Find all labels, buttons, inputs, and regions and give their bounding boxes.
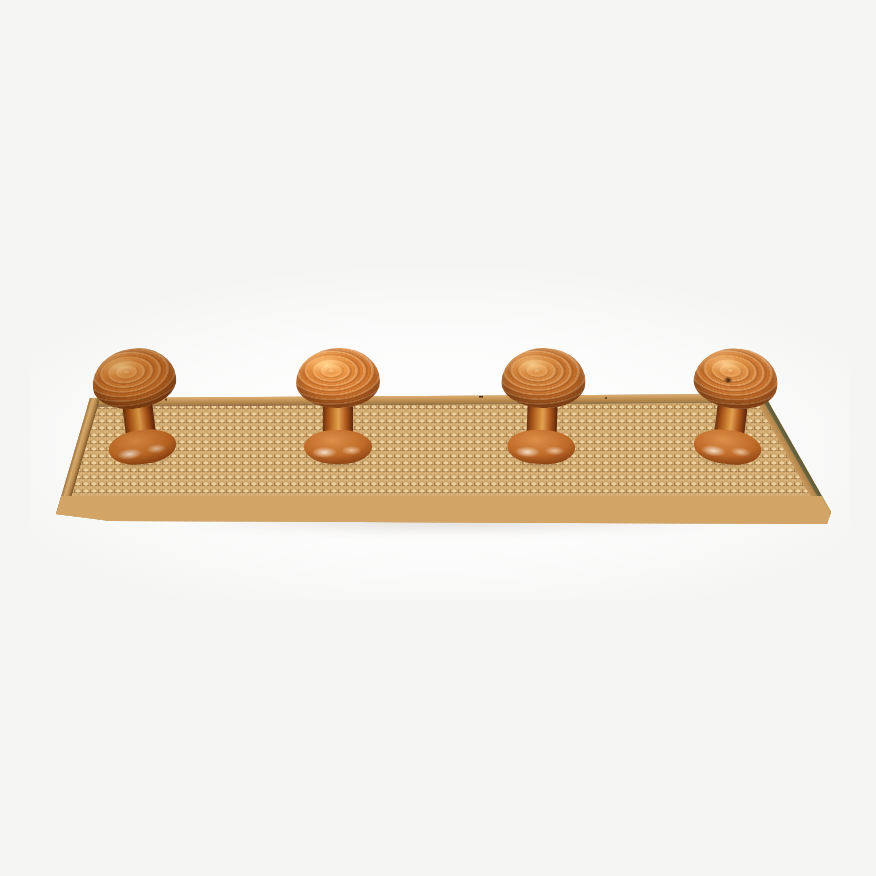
knob-base [304,430,372,464]
knob-cap [89,344,180,414]
coat-knob-3 [495,344,591,467]
coat-knob-2 [292,346,384,466]
coat-knob-4 [680,341,786,471]
product-photo [0,0,876,876]
knob-cap [691,344,782,414]
coat-knob-1 [84,341,190,471]
knob-cap [501,347,587,410]
knob-cap [296,348,380,408]
